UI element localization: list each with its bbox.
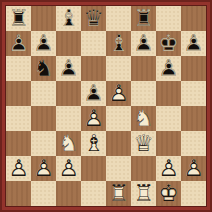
square-h4[interactable] bbox=[181, 106, 206, 131]
square-e3[interactable] bbox=[106, 131, 131, 156]
pawn-outline-glyph: ♙ bbox=[6, 31, 31, 56]
square-d2[interactable] bbox=[81, 156, 106, 181]
square-g2[interactable]: ♟♙ bbox=[156, 156, 181, 181]
black-bishop-piece[interactable]: ♝♗ bbox=[106, 31, 131, 56]
pawn-fill-glyph: ♟ bbox=[31, 31, 56, 56]
queen-fill-glyph: ♛ bbox=[81, 6, 106, 31]
square-h8[interactable] bbox=[181, 6, 206, 31]
bishop-fill-glyph: ♝ bbox=[106, 31, 131, 56]
pawn-outline-glyph: ♙ bbox=[156, 156, 181, 181]
pawn-fill-glyph: ♟ bbox=[181, 156, 206, 181]
white-rook-piece[interactable]: ♜♖ bbox=[131, 181, 156, 206]
chess-board-frame: ♜♖♝♗♛♕♜♖♟♙♟♙♝♗♟♙♚♔♟♙♞♘♟♙♟♙♟♙♟♙♟♙♞♘♞♘♝♗♛♕… bbox=[0, 0, 212, 212]
square-e4[interactable] bbox=[106, 106, 131, 131]
square-f7[interactable]: ♟♙ bbox=[131, 31, 156, 56]
square-e1[interactable]: ♜♖ bbox=[106, 181, 131, 206]
square-b5[interactable] bbox=[31, 81, 56, 106]
square-e6[interactable] bbox=[106, 56, 131, 81]
square-c2[interactable]: ♟♙ bbox=[56, 156, 81, 181]
bishop-fill-glyph: ♝ bbox=[81, 131, 106, 156]
square-b2[interactable]: ♟♙ bbox=[31, 156, 56, 181]
pawn-outline-glyph: ♙ bbox=[81, 106, 106, 131]
square-b6[interactable]: ♞♘ bbox=[31, 56, 56, 81]
pawn-fill-glyph: ♟ bbox=[31, 156, 56, 181]
square-c1[interactable] bbox=[56, 181, 81, 206]
square-d4[interactable]: ♟♙ bbox=[81, 106, 106, 131]
white-pawn-piece[interactable]: ♟♙ bbox=[81, 106, 106, 131]
rook-fill-glyph: ♜ bbox=[106, 181, 131, 206]
black-pawn-piece[interactable]: ♟♙ bbox=[6, 31, 31, 56]
square-e5[interactable]: ♟♙ bbox=[106, 81, 131, 106]
queen-outline-glyph: ♕ bbox=[131, 131, 156, 156]
knight-outline-glyph: ♘ bbox=[131, 106, 156, 131]
square-f8[interactable]: ♜♖ bbox=[131, 6, 156, 31]
chess-board: ♜♖♝♗♛♕♜♖♟♙♟♙♝♗♟♙♚♔♟♙♞♘♟♙♟♙♟♙♟♙♟♙♞♘♞♘♝♗♛♕… bbox=[6, 6, 206, 206]
square-b1[interactable] bbox=[31, 181, 56, 206]
black-queen-piece[interactable]: ♛♕ bbox=[81, 6, 106, 31]
king-fill-glyph: ♚ bbox=[156, 31, 181, 56]
square-d1[interactable] bbox=[81, 181, 106, 206]
square-c3[interactable]: ♞♘ bbox=[56, 131, 81, 156]
black-bishop-piece[interactable]: ♝♗ bbox=[56, 6, 81, 31]
square-a4[interactable] bbox=[6, 106, 31, 131]
white-queen-piece[interactable]: ♛♕ bbox=[131, 131, 156, 156]
square-a2[interactable]: ♟♙ bbox=[6, 156, 31, 181]
square-g8[interactable] bbox=[156, 6, 181, 31]
square-h1[interactable] bbox=[181, 181, 206, 206]
square-f3[interactable]: ♛♕ bbox=[131, 131, 156, 156]
black-king-piece[interactable]: ♚♔ bbox=[156, 31, 181, 56]
rook-fill-glyph: ♜ bbox=[6, 6, 31, 31]
pawn-outline-glyph: ♙ bbox=[106, 81, 131, 106]
rook-fill-glyph: ♜ bbox=[131, 181, 156, 206]
pawn-outline-glyph: ♙ bbox=[131, 31, 156, 56]
bishop-outline-glyph: ♗ bbox=[56, 6, 81, 31]
square-h6[interactable] bbox=[181, 56, 206, 81]
pawn-fill-glyph: ♟ bbox=[131, 31, 156, 56]
square-e2[interactable] bbox=[106, 156, 131, 181]
square-g1[interactable]: ♚♔ bbox=[156, 181, 181, 206]
square-g6[interactable]: ♟♙ bbox=[156, 56, 181, 81]
black-pawn-piece[interactable]: ♟♙ bbox=[56, 56, 81, 81]
square-f1[interactable]: ♜♖ bbox=[131, 181, 156, 206]
square-a6[interactable] bbox=[6, 56, 31, 81]
pawn-fill-glyph: ♟ bbox=[106, 81, 131, 106]
king-outline-glyph: ♔ bbox=[156, 181, 181, 206]
rook-fill-glyph: ♜ bbox=[131, 6, 156, 31]
knight-fill-glyph: ♞ bbox=[56, 131, 81, 156]
pawn-outline-glyph: ♙ bbox=[181, 156, 206, 181]
pawn-outline-glyph: ♙ bbox=[81, 81, 106, 106]
pawn-outline-glyph: ♙ bbox=[56, 56, 81, 81]
bishop-outline-glyph: ♗ bbox=[81, 131, 106, 156]
knight-outline-glyph: ♘ bbox=[31, 56, 56, 81]
bishop-fill-glyph: ♝ bbox=[56, 6, 81, 31]
square-b4[interactable] bbox=[31, 106, 56, 131]
pawn-fill-glyph: ♟ bbox=[56, 56, 81, 81]
rook-outline-glyph: ♖ bbox=[131, 181, 156, 206]
pawn-outline-glyph: ♙ bbox=[6, 156, 31, 181]
square-b3[interactable] bbox=[31, 131, 56, 156]
square-a8[interactable]: ♜♖ bbox=[6, 6, 31, 31]
square-d7[interactable] bbox=[81, 31, 106, 56]
black-rook-piece[interactable]: ♜♖ bbox=[6, 6, 31, 31]
queen-fill-glyph: ♛ bbox=[131, 131, 156, 156]
rook-outline-glyph: ♖ bbox=[106, 181, 131, 206]
black-pawn-piece[interactable]: ♟♙ bbox=[156, 56, 181, 81]
square-f5[interactable] bbox=[131, 81, 156, 106]
square-d6[interactable] bbox=[81, 56, 106, 81]
square-b7[interactable]: ♟♙ bbox=[31, 31, 56, 56]
pawn-fill-glyph: ♟ bbox=[56, 156, 81, 181]
square-g3[interactable] bbox=[156, 131, 181, 156]
pawn-fill-glyph: ♟ bbox=[81, 81, 106, 106]
white-pawn-piece[interactable]: ♟♙ bbox=[6, 156, 31, 181]
white-knight-piece[interactable]: ♞♘ bbox=[56, 131, 81, 156]
square-c6[interactable]: ♟♙ bbox=[56, 56, 81, 81]
square-a1[interactable] bbox=[6, 181, 31, 206]
square-d8[interactable]: ♛♕ bbox=[81, 6, 106, 31]
white-pawn-piece[interactable]: ♟♙ bbox=[106, 81, 131, 106]
square-c8[interactable]: ♝♗ bbox=[56, 6, 81, 31]
pawn-fill-glyph: ♟ bbox=[156, 156, 181, 181]
white-king-piece[interactable]: ♚♔ bbox=[156, 181, 181, 206]
pawn-fill-glyph: ♟ bbox=[156, 56, 181, 81]
knight-outline-glyph: ♘ bbox=[56, 131, 81, 156]
black-pawn-piece[interactable]: ♟♙ bbox=[131, 31, 156, 56]
pawn-outline-glyph: ♙ bbox=[156, 56, 181, 81]
knight-fill-glyph: ♞ bbox=[131, 106, 156, 131]
rook-outline-glyph: ♖ bbox=[131, 6, 156, 31]
white-bishop-piece[interactable]: ♝♗ bbox=[81, 131, 106, 156]
square-e8[interactable] bbox=[106, 6, 131, 31]
queen-outline-glyph: ♕ bbox=[81, 6, 106, 31]
square-h5[interactable] bbox=[181, 81, 206, 106]
square-e7[interactable]: ♝♗ bbox=[106, 31, 131, 56]
square-c5[interactable] bbox=[56, 81, 81, 106]
rook-outline-glyph: ♖ bbox=[6, 6, 31, 31]
pawn-outline-glyph: ♙ bbox=[31, 156, 56, 181]
white-pawn-piece[interactable]: ♟♙ bbox=[156, 156, 181, 181]
square-c4[interactable] bbox=[56, 106, 81, 131]
square-h7[interactable]: ♟♙ bbox=[181, 31, 206, 56]
square-f6[interactable] bbox=[131, 56, 156, 81]
pawn-outline-glyph: ♙ bbox=[31, 31, 56, 56]
pawn-fill-glyph: ♟ bbox=[81, 106, 106, 131]
square-a3[interactable] bbox=[6, 131, 31, 156]
white-pawn-piece[interactable]: ♟♙ bbox=[181, 156, 206, 181]
square-g7[interactable]: ♚♔ bbox=[156, 31, 181, 56]
square-c7[interactable] bbox=[56, 31, 81, 56]
pawn-fill-glyph: ♟ bbox=[181, 31, 206, 56]
square-g4[interactable] bbox=[156, 106, 181, 131]
white-pawn-piece[interactable]: ♟♙ bbox=[31, 156, 56, 181]
pawn-fill-glyph: ♟ bbox=[6, 156, 31, 181]
square-a7[interactable]: ♟♙ bbox=[6, 31, 31, 56]
square-b8[interactable] bbox=[31, 6, 56, 31]
square-a5[interactable] bbox=[6, 81, 31, 106]
white-pawn-piece[interactable]: ♟♙ bbox=[56, 156, 81, 181]
square-h2[interactable]: ♟♙ bbox=[181, 156, 206, 181]
black-pawn-piece[interactable]: ♟♙ bbox=[81, 81, 106, 106]
bishop-outline-glyph: ♗ bbox=[106, 31, 131, 56]
square-d3[interactable]: ♝♗ bbox=[81, 131, 106, 156]
pawn-outline-glyph: ♙ bbox=[181, 31, 206, 56]
square-d5[interactable]: ♟♙ bbox=[81, 81, 106, 106]
black-pawn-piece[interactable]: ♟♙ bbox=[181, 31, 206, 56]
black-pawn-piece[interactable]: ♟♙ bbox=[31, 31, 56, 56]
black-knight-piece[interactable]: ♞♘ bbox=[31, 56, 56, 81]
pawn-outline-glyph: ♙ bbox=[56, 156, 81, 181]
square-f4[interactable]: ♞♘ bbox=[131, 106, 156, 131]
king-outline-glyph: ♔ bbox=[156, 31, 181, 56]
square-f2[interactable] bbox=[131, 156, 156, 181]
knight-fill-glyph: ♞ bbox=[31, 56, 56, 81]
square-g5[interactable] bbox=[156, 81, 181, 106]
white-rook-piece[interactable]: ♜♖ bbox=[106, 181, 131, 206]
square-h3[interactable] bbox=[181, 131, 206, 156]
king-fill-glyph: ♚ bbox=[156, 181, 181, 206]
black-rook-piece[interactable]: ♜♖ bbox=[131, 6, 156, 31]
white-knight-piece[interactable]: ♞♘ bbox=[131, 106, 156, 131]
pawn-fill-glyph: ♟ bbox=[6, 31, 31, 56]
